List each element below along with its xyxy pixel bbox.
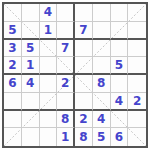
cell-r4c8[interactable] xyxy=(128,57,146,75)
cell-r6c3[interactable] xyxy=(40,93,58,111)
cell-r4c6[interactable] xyxy=(93,57,111,75)
cell-r6c2[interactable] xyxy=(22,93,40,111)
cell-r2c7[interactable] xyxy=(111,22,129,40)
cell-r6c5[interactable] xyxy=(75,93,93,111)
cell-r4c4[interactable] xyxy=(57,57,75,75)
cell-r2c5[interactable]: 7 xyxy=(75,22,93,40)
sudoku-board: 45173572156428428241856 xyxy=(2,2,148,148)
cell-r1c8[interactable] xyxy=(128,4,146,22)
cell-r1c3[interactable]: 4 xyxy=(40,4,58,22)
sudoku-grid: 45173572156428428241856 xyxy=(4,4,146,146)
cell-r6c8[interactable]: 2 xyxy=(128,93,146,111)
cell-r5c1[interactable]: 6 xyxy=(4,75,22,93)
cell-r6c4[interactable] xyxy=(57,93,75,111)
cell-r4c5[interactable] xyxy=(75,57,93,75)
cell-r5c8[interactable] xyxy=(128,75,146,93)
cell-r1c2[interactable] xyxy=(22,4,40,22)
cell-r4c3[interactable] xyxy=(40,57,58,75)
cell-r2c8[interactable] xyxy=(128,22,146,40)
cell-r3c6[interactable] xyxy=(93,40,111,58)
cell-r2c3[interactable]: 1 xyxy=(40,22,58,40)
cell-r3c2[interactable]: 5 xyxy=(22,40,40,58)
cell-r8c8[interactable] xyxy=(128,128,146,146)
cell-r2c1[interactable]: 5 xyxy=(4,22,22,40)
cell-r7c2[interactable] xyxy=(22,111,40,129)
cell-r5c7[interactable] xyxy=(111,75,129,93)
cell-r4c1[interactable]: 2 xyxy=(4,57,22,75)
cell-r1c7[interactable] xyxy=(111,4,129,22)
cell-r7c7[interactable] xyxy=(111,111,129,129)
cell-r8c5[interactable]: 8 xyxy=(75,128,93,146)
cell-r1c1[interactable] xyxy=(4,4,22,22)
cell-r8c2[interactable] xyxy=(22,128,40,146)
cell-r8c4[interactable]: 1 xyxy=(57,128,75,146)
cell-r3c3[interactable] xyxy=(40,40,58,58)
cell-r2c2[interactable] xyxy=(22,22,40,40)
cell-r8c1[interactable] xyxy=(4,128,22,146)
cell-r7c6[interactable]: 4 xyxy=(93,111,111,129)
cell-r5c3[interactable] xyxy=(40,75,58,93)
cell-r3c1[interactable]: 3 xyxy=(4,40,22,58)
cell-r2c6[interactable] xyxy=(93,22,111,40)
cell-r1c5[interactable] xyxy=(75,4,93,22)
cell-r5c6[interactable]: 8 xyxy=(93,75,111,93)
cell-r8c6[interactable]: 5 xyxy=(93,128,111,146)
cell-r2c4[interactable] xyxy=(57,22,75,40)
cell-r5c2[interactable]: 4 xyxy=(22,75,40,93)
cell-r3c4[interactable]: 7 xyxy=(57,40,75,58)
cell-r7c1[interactable] xyxy=(4,111,22,129)
cell-r6c1[interactable] xyxy=(4,93,22,111)
cell-r8c7[interactable]: 6 xyxy=(111,128,129,146)
cell-r7c3[interactable] xyxy=(40,111,58,129)
cell-r7c5[interactable]: 2 xyxy=(75,111,93,129)
cell-r7c4[interactable]: 8 xyxy=(57,111,75,129)
cell-r1c6[interactable] xyxy=(93,4,111,22)
cell-r5c4[interactable]: 2 xyxy=(57,75,75,93)
cell-r4c7[interactable]: 5 xyxy=(111,57,129,75)
cell-r3c7[interactable] xyxy=(111,40,129,58)
cell-r4c2[interactable]: 1 xyxy=(22,57,40,75)
cell-r5c5[interactable] xyxy=(75,75,93,93)
cell-r3c8[interactable] xyxy=(128,40,146,58)
cell-r6c6[interactable] xyxy=(93,93,111,111)
cell-r8c3[interactable] xyxy=(40,128,58,146)
cell-r6c7[interactable]: 4 xyxy=(111,93,129,111)
cell-r7c8[interactable] xyxy=(128,111,146,129)
cell-r3c5[interactable] xyxy=(75,40,93,58)
cell-r1c4[interactable] xyxy=(57,4,75,22)
